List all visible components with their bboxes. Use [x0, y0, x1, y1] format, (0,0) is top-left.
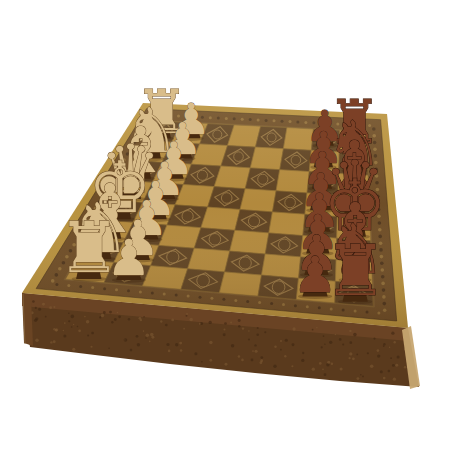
piece-black-rook-h8[interactable]: ♜ [324, 230, 387, 312]
piece-white-pawn-h2[interactable]: ♟ [107, 229, 152, 287]
chessboard-3d-view: ♜♟♟♜♞♟♟♞♝♟♟♝♛♟♟♛♚♟♟♚♝♟♟♝♞♟♟♞♜♟♟♜ [0, 0, 450, 450]
svg-text:♜: ♜ [324, 230, 387, 312]
svg-text:♟: ♟ [107, 229, 152, 287]
chess-set-photo: ♜♟♟♜♞♟♟♞♝♟♟♝♛♟♟♛♚♟♟♚♝♟♟♝♞♟♟♞♜♟♟♜ [0, 0, 450, 450]
